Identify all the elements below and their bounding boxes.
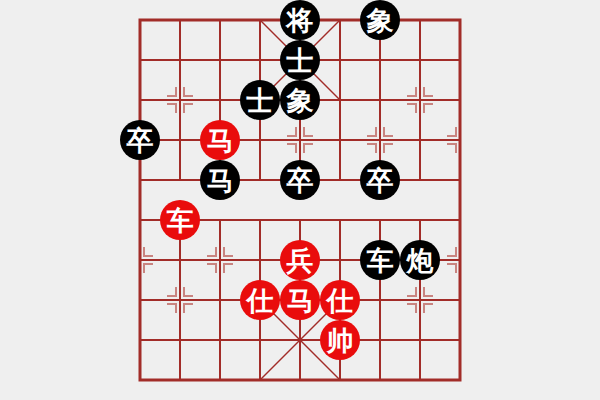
piece-black-elephant[interactable]: 象 bbox=[280, 80, 320, 120]
piece-black-elephant[interactable]: 象 bbox=[360, 0, 400, 40]
piece-red-advisor[interactable]: 仕 bbox=[240, 280, 280, 320]
piece-black-advisor[interactable]: 士 bbox=[280, 40, 320, 80]
piece-red-horse[interactable]: 马 bbox=[280, 280, 320, 320]
piece-red-soldier[interactable]: 兵 bbox=[280, 240, 320, 280]
piece-black-soldier[interactable]: 卒 bbox=[120, 120, 160, 160]
xiangqi-board[interactable]: 将象士士象卒马卒卒车炮马车兵仕马仕帅 bbox=[120, 0, 480, 400]
piece-black-cannon[interactable]: 炮 bbox=[400, 240, 440, 280]
piece-black-chariot[interactable]: 车 bbox=[360, 240, 400, 280]
piece-black-horse[interactable]: 马 bbox=[200, 160, 240, 200]
piece-black-advisor[interactable]: 士 bbox=[240, 80, 280, 120]
piece-black-general[interactable]: 将 bbox=[280, 0, 320, 40]
piece-red-general[interactable]: 帅 bbox=[320, 320, 360, 360]
xiangqi-app: 将象士士象卒马卒卒车炮马车兵仕马仕帅 bbox=[0, 0, 600, 400]
piece-red-advisor[interactable]: 仕 bbox=[320, 280, 360, 320]
piece-red-chariot[interactable]: 车 bbox=[160, 200, 200, 240]
piece-black-soldier[interactable]: 卒 bbox=[360, 160, 400, 200]
piece-red-horse[interactable]: 马 bbox=[200, 120, 240, 160]
piece-black-soldier[interactable]: 卒 bbox=[280, 160, 320, 200]
